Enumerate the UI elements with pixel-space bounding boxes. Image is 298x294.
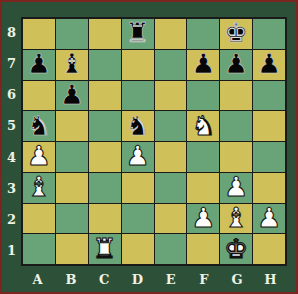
square-c4[interactable]	[89, 142, 121, 172]
square-b6[interactable]: ♟	[56, 81, 88, 111]
rank-label-6: 6	[2, 79, 21, 110]
square-a2[interactable]	[23, 204, 55, 234]
square-c3[interactable]	[89, 173, 121, 203]
square-f2[interactable]: ♟	[187, 204, 219, 234]
file-label-f: F	[187, 266, 220, 292]
square-h7[interactable]: ♟	[253, 50, 285, 80]
piece-black-pawn[interactable]: ♟	[27, 50, 51, 77]
square-e2[interactable]	[155, 204, 187, 234]
piece-black-rook[interactable]: ♜	[125, 19, 149, 46]
piece-white-pawn[interactable]: ♟	[224, 173, 248, 200]
square-a1[interactable]	[23, 234, 55, 264]
rank-label-3: 3	[2, 173, 21, 204]
rank-label-1: 1	[2, 235, 21, 266]
file-label-e: E	[154, 266, 187, 292]
square-h4[interactable]	[253, 142, 285, 172]
square-e7[interactable]	[155, 50, 187, 80]
piece-white-knight[interactable]: ♞	[191, 112, 215, 139]
square-g5[interactable]	[220, 111, 252, 141]
square-h8[interactable]	[253, 19, 285, 49]
rank-label-7: 7	[2, 48, 21, 79]
square-e8[interactable]	[155, 19, 187, 49]
square-g4[interactable]	[220, 142, 252, 172]
square-a4[interactable]: ♟	[23, 142, 55, 172]
piece-black-pawn[interactable]: ♟	[191, 50, 215, 77]
board: ♜♚♟♝♟♟♟♟♞♞♞♟♟♝♟♟♝♟♜♚	[21, 17, 287, 266]
square-c1[interactable]: ♜	[89, 234, 121, 264]
square-g1[interactable]: ♚	[220, 234, 252, 264]
square-d1[interactable]	[122, 234, 154, 264]
file-labels: ABCDEFGH	[21, 266, 287, 292]
square-f7[interactable]: ♟	[187, 50, 219, 80]
file-label-d: D	[121, 266, 154, 292]
file-label-h: H	[254, 266, 287, 292]
rank-label-4: 4	[2, 142, 21, 173]
square-d2[interactable]	[122, 204, 154, 234]
square-h2[interactable]: ♟	[253, 204, 285, 234]
square-e1[interactable]	[155, 234, 187, 264]
piece-white-bishop[interactable]: ♝	[27, 173, 51, 200]
square-d5[interactable]: ♞	[122, 111, 154, 141]
square-e4[interactable]	[155, 142, 187, 172]
piece-black-pawn[interactable]: ♟	[224, 50, 248, 77]
rank-label-8: 8	[2, 17, 21, 48]
square-g8[interactable]: ♚	[220, 19, 252, 49]
piece-white-rook[interactable]: ♜	[93, 235, 117, 262]
piece-white-pawn[interactable]: ♟	[191, 204, 215, 231]
square-g7[interactable]: ♟	[220, 50, 252, 80]
square-d4[interactable]: ♟	[122, 142, 154, 172]
file-label-c: C	[88, 266, 121, 292]
square-e3[interactable]	[155, 173, 187, 203]
square-d7[interactable]	[122, 50, 154, 80]
square-e5[interactable]	[155, 111, 187, 141]
square-a3[interactable]: ♝	[23, 173, 55, 203]
piece-black-pawn[interactable]: ♟	[257, 50, 281, 77]
square-f8[interactable]	[187, 19, 219, 49]
square-c5[interactable]	[89, 111, 121, 141]
square-d6[interactable]	[122, 81, 154, 111]
file-label-a: A	[21, 266, 54, 292]
square-b3[interactable]	[56, 173, 88, 203]
square-h5[interactable]	[253, 111, 285, 141]
piece-white-pawn[interactable]: ♟	[125, 142, 149, 169]
square-g2[interactable]: ♝	[220, 204, 252, 234]
square-c2[interactable]	[89, 204, 121, 234]
piece-black-bishop[interactable]: ♝	[60, 50, 84, 77]
rank-label-2: 2	[2, 204, 21, 235]
square-a6[interactable]	[23, 81, 55, 111]
square-f3[interactable]	[187, 173, 219, 203]
square-d8[interactable]: ♜	[122, 19, 154, 49]
piece-white-bishop[interactable]: ♝	[224, 204, 248, 231]
square-c7[interactable]	[89, 50, 121, 80]
piece-white-pawn[interactable]: ♟	[27, 142, 51, 169]
square-b5[interactable]	[56, 111, 88, 141]
square-b8[interactable]	[56, 19, 88, 49]
square-h1[interactable]	[253, 234, 285, 264]
square-h3[interactable]	[253, 173, 285, 203]
square-b1[interactable]	[56, 234, 88, 264]
square-b7[interactable]: ♝	[56, 50, 88, 80]
square-a7[interactable]: ♟	[23, 50, 55, 80]
square-f6[interactable]	[187, 81, 219, 111]
piece-black-pawn[interactable]: ♟	[60, 81, 84, 108]
square-f5[interactable]: ♞	[187, 111, 219, 141]
square-a5[interactable]: ♞	[23, 111, 55, 141]
file-label-g: G	[221, 266, 254, 292]
square-g6[interactable]	[220, 81, 252, 111]
piece-black-knight[interactable]: ♞	[125, 112, 149, 139]
square-h6[interactable]	[253, 81, 285, 111]
rank-label-5: 5	[2, 110, 21, 141]
piece-white-pawn[interactable]: ♟	[257, 204, 281, 231]
square-g3[interactable]: ♟	[220, 173, 252, 203]
square-d3[interactable]	[122, 173, 154, 203]
piece-black-knight[interactable]: ♞	[27, 112, 51, 139]
square-b2[interactable]	[56, 204, 88, 234]
rank-labels: 87654321	[2, 17, 21, 266]
square-b4[interactable]	[56, 142, 88, 172]
piece-black-king[interactable]: ♚	[224, 19, 248, 46]
square-c8[interactable]	[89, 19, 121, 49]
square-a8[interactable]	[23, 19, 55, 49]
square-f1[interactable]	[187, 234, 219, 264]
square-c6[interactable]	[89, 81, 121, 111]
square-e6[interactable]	[155, 81, 187, 111]
file-label-b: B	[54, 266, 87, 292]
chess-board-window: 87654321 ♜♚♟♝♟♟♟♟♞♞♞♟♟♝♟♟♝♟♜♚ ABCDEFGH	[0, 0, 298, 294]
piece-white-king[interactable]: ♚	[224, 235, 248, 262]
square-f4[interactable]	[187, 142, 219, 172]
